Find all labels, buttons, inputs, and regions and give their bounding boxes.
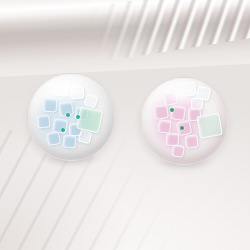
mint-square bbox=[76, 106, 103, 133]
flower-center-dot bbox=[66, 113, 70, 117]
petal-square bbox=[62, 134, 76, 148]
right-bead bbox=[140, 77, 228, 165]
photo-two-resin-beads-on-tray bbox=[0, 0, 250, 250]
petal-square bbox=[36, 114, 50, 128]
petal-square bbox=[46, 131, 61, 146]
bead-glass bbox=[27, 73, 115, 161]
left-bead bbox=[27, 73, 115, 161]
bead-glass bbox=[140, 77, 228, 165]
flower-center-dot bbox=[61, 128, 65, 132]
mint-square bbox=[196, 112, 223, 139]
flower-center-dot bbox=[180, 126, 184, 130]
flower-center-dot bbox=[170, 108, 174, 112]
petal-square bbox=[184, 134, 199, 149]
petal-square bbox=[171, 144, 185, 158]
petal-square bbox=[157, 119, 172, 134]
flower-center-dot bbox=[76, 115, 80, 119]
